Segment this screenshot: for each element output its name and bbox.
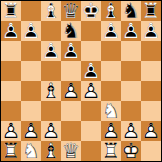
- square-a2[interactable]: ♟♙: [1, 121, 21, 141]
- square-a4[interactable]: [1, 81, 21, 101]
- piece-glyph-outline: ♙: [121, 21, 141, 41]
- square-e6[interactable]: [81, 41, 101, 61]
- piece-white-pawn[interactable]: ♟♙: [81, 81, 101, 101]
- piece-glyph-outline: ♔: [121, 141, 141, 161]
- square-h7[interactable]: ♟♙: [141, 21, 161, 41]
- piece-white-pawn[interactable]: ♟♙: [101, 121, 121, 141]
- piece-black-pawn[interactable]: ♟♙: [121, 21, 141, 41]
- piece-white-rook[interactable]: ♜♖: [101, 141, 121, 161]
- piece-glyph-outline: ♙: [1, 121, 21, 141]
- piece-white-bishop[interactable]: ♝♗: [41, 141, 61, 161]
- square-b8[interactable]: [21, 1, 41, 21]
- piece-black-bishop[interactable]: ♝♗: [41, 1, 61, 21]
- piece-glyph-outline: ♙: [81, 81, 101, 101]
- square-g7[interactable]: ♟♙: [121, 21, 141, 41]
- piece-glyph-outline: ♙: [101, 121, 121, 141]
- square-f3[interactable]: ♞♘: [101, 101, 121, 121]
- square-d8[interactable]: ♛♕: [61, 1, 81, 21]
- square-b6[interactable]: [21, 41, 41, 61]
- square-c2[interactable]: ♟♙: [41, 121, 61, 141]
- piece-glyph-outline: ♖: [1, 1, 21, 21]
- piece-white-pawn[interactable]: ♟♙: [141, 121, 161, 141]
- square-b7[interactable]: ♟♙: [21, 21, 41, 41]
- square-c5[interactable]: [41, 61, 61, 81]
- piece-black-queen[interactable]: ♛♕: [61, 1, 81, 21]
- piece-black-knight[interactable]: ♞♘: [61, 21, 81, 41]
- square-c8[interactable]: ♝♗: [41, 1, 61, 21]
- piece-black-pawn[interactable]: ♟♙: [21, 21, 41, 41]
- square-g6[interactable]: [121, 41, 141, 61]
- square-g1[interactable]: ♚♔: [121, 141, 141, 161]
- chess-board-frame: ♜♖♝♗♛♕♚♔♝♗♞♘♜♖♟♙♟♙♞♘♟♙♟♙♟♙♟♙♟♙♟♙♝♗♟♙♟♙♞♘…: [0, 0, 162, 162]
- square-h3[interactable]: [141, 101, 161, 121]
- piece-glyph-outline: ♗: [41, 141, 61, 161]
- square-g3[interactable]: [121, 101, 141, 121]
- piece-black-pawn[interactable]: ♟♙: [41, 41, 61, 61]
- square-c4[interactable]: ♝♗: [41, 81, 61, 101]
- piece-glyph-outline: ♙: [141, 121, 161, 141]
- piece-black-rook[interactable]: ♜♖: [141, 1, 161, 21]
- piece-glyph-outline: ♕: [61, 1, 81, 21]
- piece-glyph-outline: ♗: [41, 1, 61, 21]
- piece-glyph-outline: ♘: [21, 141, 41, 161]
- piece-black-pawn[interactable]: ♟♙: [101, 21, 121, 41]
- piece-black-pawn[interactable]: ♟♙: [61, 41, 81, 61]
- square-c7[interactable]: [41, 21, 61, 41]
- square-c6[interactable]: ♟♙: [41, 41, 61, 61]
- square-c1[interactable]: ♝♗: [41, 141, 61, 161]
- piece-glyph-outline: ♘: [101, 101, 121, 121]
- piece-glyph-outline: ♙: [21, 21, 41, 41]
- piece-glyph-outline: ♙: [141, 21, 161, 41]
- piece-white-pawn[interactable]: ♟♙: [41, 121, 61, 141]
- square-d7[interactable]: ♞♘: [61, 21, 81, 41]
- square-a1[interactable]: ♜♖: [1, 141, 21, 161]
- square-f7[interactable]: ♟♙: [101, 21, 121, 41]
- square-f4[interactable]: [101, 81, 121, 101]
- square-a3[interactable]: [1, 101, 21, 121]
- square-d5[interactable]: [61, 61, 81, 81]
- square-a8[interactable]: ♜♖: [1, 1, 21, 21]
- piece-black-pawn[interactable]: ♟♙: [141, 21, 161, 41]
- square-b5[interactable]: [21, 61, 41, 81]
- piece-glyph-outline: ♗: [41, 81, 61, 101]
- square-h2[interactable]: ♟♙: [141, 121, 161, 141]
- square-g4[interactable]: [121, 81, 141, 101]
- square-d6[interactable]: ♟♙: [61, 41, 81, 61]
- piece-glyph-outline: ♖: [141, 1, 161, 21]
- square-e4[interactable]: ♟♙: [81, 81, 101, 101]
- square-e7[interactable]: [81, 21, 101, 41]
- piece-white-pawn[interactable]: ♟♙: [121, 121, 141, 141]
- piece-white-pawn[interactable]: ♟♙: [21, 121, 41, 141]
- piece-glyph-outline: ♙: [121, 121, 141, 141]
- square-f1[interactable]: ♜♖: [101, 141, 121, 161]
- square-b4[interactable]: [21, 81, 41, 101]
- square-g2[interactable]: ♟♙: [121, 121, 141, 141]
- piece-black-rook[interactable]: ♜♖: [1, 1, 21, 21]
- square-c3[interactable]: [41, 101, 61, 121]
- piece-white-pawn[interactable]: ♟♙: [61, 81, 81, 101]
- piece-glyph-outline: ♙: [1, 21, 21, 41]
- piece-white-knight[interactable]: ♞♘: [101, 101, 121, 121]
- piece-black-pawn[interactable]: ♟♙: [81, 61, 101, 81]
- piece-white-queen[interactable]: ♛♕: [61, 141, 81, 161]
- square-h8[interactable]: ♜♖: [141, 1, 161, 21]
- piece-black-pawn[interactable]: ♟♙: [1, 21, 21, 41]
- piece-glyph-outline: ♙: [41, 41, 61, 61]
- piece-white-king[interactable]: ♚♔: [121, 141, 141, 161]
- piece-glyph-outline: ♔: [81, 1, 101, 21]
- piece-white-knight[interactable]: ♞♘: [21, 141, 41, 161]
- piece-glyph-outline: ♙: [61, 41, 81, 61]
- square-h5[interactable]: [141, 61, 161, 81]
- piece-white-pawn[interactable]: ♟♙: [1, 121, 21, 141]
- square-a6[interactable]: [1, 41, 21, 61]
- chess-board: ♜♖♝♗♛♕♚♔♝♗♞♘♜♖♟♙♟♙♞♘♟♙♟♙♟♙♟♙♟♙♟♙♝♗♟♙♟♙♞♘…: [1, 1, 161, 161]
- square-f6[interactable]: [101, 41, 121, 61]
- square-e5[interactable]: ♟♙: [81, 61, 101, 81]
- piece-glyph-outline: ♖: [1, 141, 21, 161]
- piece-glyph-outline: ♙: [101, 21, 121, 41]
- piece-glyph-outline: ♘: [121, 1, 141, 21]
- square-b2[interactable]: ♟♙: [21, 121, 41, 141]
- piece-white-rook[interactable]: ♜♖: [1, 141, 21, 161]
- square-e8[interactable]: ♚♔: [81, 1, 101, 21]
- piece-white-bishop[interactable]: ♝♗: [41, 81, 61, 101]
- piece-glyph-outline: ♕: [61, 141, 81, 161]
- square-e3[interactable]: [81, 101, 101, 121]
- piece-black-bishop[interactable]: ♝♗: [101, 1, 121, 21]
- square-e2[interactable]: [81, 121, 101, 141]
- square-g5[interactable]: [121, 61, 141, 81]
- square-d3[interactable]: [61, 101, 81, 121]
- square-h4[interactable]: [141, 81, 161, 101]
- square-b1[interactable]: ♞♘: [21, 141, 41, 161]
- square-d1[interactable]: ♛♕: [61, 141, 81, 161]
- piece-glyph-outline: ♙: [81, 61, 101, 81]
- square-h1[interactable]: [141, 141, 161, 161]
- piece-black-knight[interactable]: ♞♘: [121, 1, 141, 21]
- piece-glyph-outline: ♙: [41, 121, 61, 141]
- square-b3[interactable]: [21, 101, 41, 121]
- piece-glyph-outline: ♙: [21, 121, 41, 141]
- square-a7[interactable]: ♟♙: [1, 21, 21, 41]
- square-d2[interactable]: [61, 121, 81, 141]
- piece-glyph-outline: ♖: [101, 141, 121, 161]
- piece-glyph-outline: ♙: [61, 81, 81, 101]
- square-f8[interactable]: ♝♗: [101, 1, 121, 21]
- square-h6[interactable]: [141, 41, 161, 61]
- square-e1[interactable]: [81, 141, 101, 161]
- piece-glyph-outline: ♘: [61, 21, 81, 41]
- square-f5[interactable]: [101, 61, 121, 81]
- piece-black-king[interactable]: ♚♔: [81, 1, 101, 21]
- piece-glyph-outline: ♗: [101, 1, 121, 21]
- square-g8[interactable]: ♞♘: [121, 1, 141, 21]
- square-d4[interactable]: ♟♙: [61, 81, 81, 101]
- square-a5[interactable]: [1, 61, 21, 81]
- square-f2[interactable]: ♟♙: [101, 121, 121, 141]
